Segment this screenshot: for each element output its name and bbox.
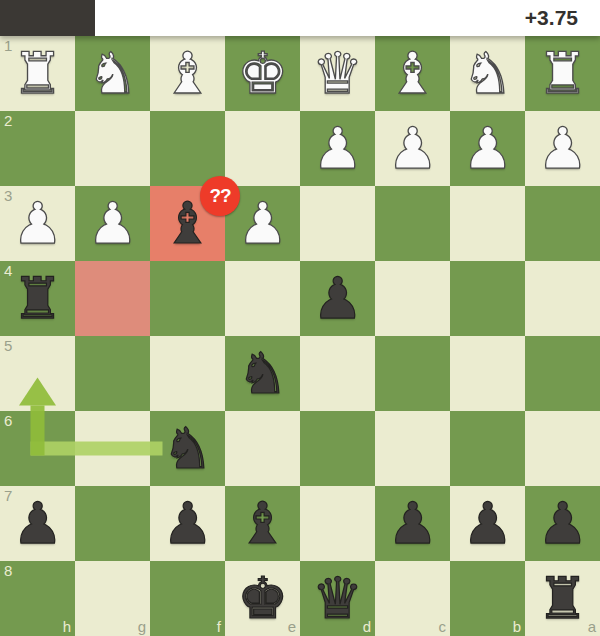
file-label-c: c <box>439 618 447 636</box>
square-f7[interactable]: ♟ <box>150 486 225 561</box>
square-d2[interactable]: ♟ <box>300 111 375 186</box>
square-e1[interactable]: ♚ <box>225 36 300 111</box>
square-c1[interactable]: ♝ <box>375 36 450 111</box>
square-g7[interactable] <box>75 486 150 561</box>
piece-wK-e1[interactable]: ♚ <box>225 36 300 111</box>
square-d6[interactable] <box>300 411 375 486</box>
square-b6[interactable] <box>450 411 525 486</box>
piece-bQ-d8[interactable]: ♛ <box>300 561 375 636</box>
square-a5[interactable] <box>525 336 600 411</box>
piece-wP-c2[interactable]: ♟ <box>375 111 450 186</box>
square-e6[interactable] <box>225 411 300 486</box>
square-d1[interactable]: ♛ <box>300 36 375 111</box>
square-b7[interactable]: ♟ <box>450 486 525 561</box>
piece-wP-g3[interactable]: ♟ <box>75 186 150 261</box>
square-g1[interactable]: ♞ <box>75 36 150 111</box>
file-label-g: g <box>138 618 146 636</box>
square-h3[interactable]: 3♟ <box>0 186 75 261</box>
square-d3[interactable] <box>300 186 375 261</box>
piece-wP-d2[interactable]: ♟ <box>300 111 375 186</box>
piece-bN-e5[interactable]: ♞ <box>225 336 300 411</box>
square-h4[interactable]: 4♜ <box>0 261 75 336</box>
square-a8[interactable]: a♜ <box>525 561 600 636</box>
piece-bB-e7[interactable]: ♝ <box>225 486 300 561</box>
square-c3[interactable] <box>375 186 450 261</box>
square-f8[interactable]: f <box>150 561 225 636</box>
piece-wP-b2[interactable]: ♟ <box>450 111 525 186</box>
piece-bP-f7[interactable]: ♟ <box>150 486 225 561</box>
square-b5[interactable] <box>450 336 525 411</box>
square-a1[interactable]: ♜ <box>525 36 600 111</box>
square-b3[interactable] <box>450 186 525 261</box>
square-h1[interactable]: 1♜ <box>0 36 75 111</box>
square-g6[interactable] <box>75 411 150 486</box>
square-c7[interactable]: ♟ <box>375 486 450 561</box>
header-dark-panel <box>0 0 95 36</box>
square-h2[interactable]: 2 <box>0 111 75 186</box>
evaluation-score: +3.75 <box>525 6 600 30</box>
square-f1[interactable]: ♝ <box>150 36 225 111</box>
square-d4[interactable]: ♟ <box>300 261 375 336</box>
square-b8[interactable]: b <box>450 561 525 636</box>
square-a6[interactable] <box>525 411 600 486</box>
square-e7[interactable]: ♝ <box>225 486 300 561</box>
square-b2[interactable]: ♟ <box>450 111 525 186</box>
square-a7[interactable]: ♟ <box>525 486 600 561</box>
square-e4[interactable] <box>225 261 300 336</box>
square-f5[interactable] <box>150 336 225 411</box>
square-d7[interactable] <box>300 486 375 561</box>
file-label-h: h <box>63 618 71 636</box>
board-area: 1♜♞♝♚♛♝♞♜2♟♟♟♟3♟♟♝♟4♜♟5♞6♞7♟♟♝♟♟♟8hgfe♚d… <box>0 36 600 636</box>
square-g5[interactable] <box>75 336 150 411</box>
blunder-badge: ?? <box>200 176 240 216</box>
square-f2[interactable] <box>150 111 225 186</box>
square-h5[interactable]: 5 <box>0 336 75 411</box>
piece-bK-e8[interactable]: ♚ <box>225 561 300 636</box>
piece-wP-h3[interactable]: ♟ <box>0 186 75 261</box>
piece-bP-a7[interactable]: ♟ <box>525 486 600 561</box>
rank-label-6: 6 <box>4 412 12 430</box>
piece-wR-a1[interactable]: ♜ <box>525 36 600 111</box>
square-g4[interactable] <box>75 261 150 336</box>
square-a4[interactable] <box>525 261 600 336</box>
piece-bP-d4[interactable]: ♟ <box>300 261 375 336</box>
piece-bP-b7[interactable]: ♟ <box>450 486 525 561</box>
square-c8[interactable]: c <box>375 561 450 636</box>
top-bar: +3.75 <box>0 0 600 36</box>
square-h6[interactable]: 6 <box>0 411 75 486</box>
rank-label-8: 8 <box>4 562 12 580</box>
square-h8[interactable]: 8h <box>0 561 75 636</box>
square-f6[interactable]: ♞ <box>150 411 225 486</box>
square-c5[interactable] <box>375 336 450 411</box>
file-label-b: b <box>513 618 521 636</box>
square-e5[interactable]: ♞ <box>225 336 300 411</box>
piece-bP-c7[interactable]: ♟ <box>375 486 450 561</box>
square-e2[interactable] <box>225 111 300 186</box>
square-d8[interactable]: d♛ <box>300 561 375 636</box>
piece-wN-b1[interactable]: ♞ <box>450 36 525 111</box>
square-c4[interactable] <box>375 261 450 336</box>
rank-label-2: 2 <box>4 112 12 130</box>
square-e8[interactable]: e♚ <box>225 561 300 636</box>
square-a2[interactable]: ♟ <box>525 111 600 186</box>
square-f4[interactable] <box>150 261 225 336</box>
piece-bP-h7[interactable]: ♟ <box>0 486 75 561</box>
square-g3[interactable]: ♟ <box>75 186 150 261</box>
file-label-f: f <box>217 618 221 636</box>
piece-wP-a2[interactable]: ♟ <box>525 111 600 186</box>
rank-label-5: 5 <box>4 337 12 355</box>
square-h7[interactable]: 7♟ <box>0 486 75 561</box>
piece-wR-h1[interactable]: ♜ <box>0 36 75 111</box>
piece-wB-f1[interactable]: ♝ <box>150 36 225 111</box>
piece-bR-a8[interactable]: ♜ <box>525 561 600 636</box>
piece-wB-c1[interactable]: ♝ <box>375 36 450 111</box>
square-d5[interactable] <box>300 336 375 411</box>
square-b4[interactable] <box>450 261 525 336</box>
square-c6[interactable] <box>375 411 450 486</box>
piece-wQ-d1[interactable]: ♛ <box>300 36 375 111</box>
square-b1[interactable]: ♞ <box>450 36 525 111</box>
piece-bN-f6[interactable]: ♞ <box>150 411 225 486</box>
square-c2[interactable]: ♟ <box>375 111 450 186</box>
board: 1♜♞♝♚♛♝♞♜2♟♟♟♟3♟♟♝♟4♜♟5♞6♞7♟♟♝♟♟♟8hgfe♚d… <box>0 36 600 636</box>
piece-wN-g1[interactable]: ♞ <box>75 36 150 111</box>
square-g2[interactable] <box>75 111 150 186</box>
square-a3[interactable] <box>525 186 600 261</box>
piece-bR-h4[interactable]: ♜ <box>0 261 75 336</box>
square-g8[interactable]: g <box>75 561 150 636</box>
